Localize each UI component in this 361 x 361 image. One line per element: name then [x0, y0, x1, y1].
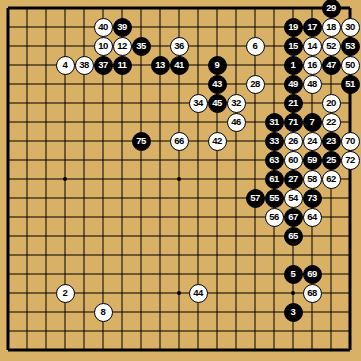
stone-white-2[interactable]: 2	[56, 284, 75, 303]
stone-black-61[interactable]: 61	[265, 170, 284, 189]
stone-black-43[interactable]: 43	[208, 75, 227, 94]
stone-white-58[interactable]: 58	[303, 170, 322, 189]
stone-white-34[interactable]: 34	[189, 94, 208, 113]
stone-black-27[interactable]: 27	[284, 170, 303, 189]
stone-white-68[interactable]: 68	[303, 284, 322, 303]
stone-black-5[interactable]: 5	[284, 265, 303, 284]
stone-white-50[interactable]: 50	[341, 56, 360, 75]
stone-black-47[interactable]: 47	[322, 56, 341, 75]
stone-white-42[interactable]: 42	[208, 132, 227, 151]
stone-black-49[interactable]: 49	[284, 75, 303, 94]
stone-black-3[interactable]: 3	[284, 303, 303, 322]
stone-white-6[interactable]: 6	[246, 37, 265, 56]
stone-black-37[interactable]: 37	[94, 56, 113, 75]
stone-white-40[interactable]: 40	[94, 18, 113, 37]
stone-white-16[interactable]: 16	[303, 56, 322, 75]
stone-black-59[interactable]: 59	[303, 151, 322, 170]
stone-black-67[interactable]: 67	[284, 208, 303, 227]
stone-white-30[interactable]: 30	[341, 18, 360, 37]
stone-black-11[interactable]: 11	[113, 56, 132, 75]
stone-white-46[interactable]: 46	[227, 113, 246, 132]
stone-white-28[interactable]: 28	[246, 75, 265, 94]
stone-white-62[interactable]: 62	[322, 170, 341, 189]
stone-white-32[interactable]: 32	[227, 94, 246, 113]
stone-black-57[interactable]: 57	[246, 189, 265, 208]
stone-white-48[interactable]: 48	[303, 75, 322, 94]
stone-black-17[interactable]: 17	[303, 18, 322, 37]
stone-black-51[interactable]: 51	[341, 75, 360, 94]
stone-black-41[interactable]: 41	[170, 56, 189, 75]
stone-white-12[interactable]: 12	[113, 37, 132, 56]
go-kifu-diagram: 1234567891011121314151617181920212223242…	[0, 0, 361, 361]
stone-white-36[interactable]: 36	[170, 37, 189, 56]
stone-white-18[interactable]: 18	[322, 18, 341, 37]
stone-black-33[interactable]: 33	[265, 132, 284, 151]
stone-black-19[interactable]: 19	[284, 18, 303, 37]
stone-white-52[interactable]: 52	[322, 37, 341, 56]
stone-black-39[interactable]: 39	[113, 18, 132, 37]
stone-white-72[interactable]: 72	[341, 151, 360, 170]
stone-white-38[interactable]: 38	[75, 56, 94, 75]
stone-white-66[interactable]: 66	[170, 132, 189, 151]
stone-black-1[interactable]: 1	[284, 56, 303, 75]
stone-black-9[interactable]: 9	[208, 56, 227, 75]
stone-black-75[interactable]: 75	[132, 132, 151, 151]
stone-black-35[interactable]: 35	[132, 37, 151, 56]
stone-white-26[interactable]: 26	[284, 132, 303, 151]
stone-white-20[interactable]: 20	[322, 94, 341, 113]
stone-white-8[interactable]: 8	[94, 303, 113, 322]
stone-white-54[interactable]: 54	[284, 189, 303, 208]
stone-white-64[interactable]: 64	[303, 208, 322, 227]
stone-black-63[interactable]: 63	[265, 151, 284, 170]
stone-white-22[interactable]: 22	[322, 113, 341, 132]
stone-black-31[interactable]: 31	[265, 113, 284, 132]
stone-white-10[interactable]: 10	[94, 37, 113, 56]
stone-black-23[interactable]: 23	[322, 132, 341, 151]
stone-white-24[interactable]: 24	[303, 132, 322, 151]
stone-black-15[interactable]: 15	[284, 37, 303, 56]
stone-black-53[interactable]: 53	[341, 37, 360, 56]
stone-black-65[interactable]: 65	[284, 227, 303, 246]
stone-white-70[interactable]: 70	[341, 132, 360, 151]
stone-white-44[interactable]: 44	[189, 284, 208, 303]
stone-black-73[interactable]: 73	[303, 189, 322, 208]
stone-black-13[interactable]: 13	[151, 56, 170, 75]
stone-black-45[interactable]: 45	[208, 94, 227, 113]
stone-white-14[interactable]: 14	[303, 37, 322, 56]
stone-black-69[interactable]: 69	[303, 265, 322, 284]
stone-black-21[interactable]: 21	[284, 94, 303, 113]
stone-black-71[interactable]: 71	[284, 113, 303, 132]
stone-white-60[interactable]: 60	[284, 151, 303, 170]
stone-black-29[interactable]: 29	[322, 0, 341, 18]
stone-black-25[interactable]: 25	[322, 151, 341, 170]
stone-white-4[interactable]: 4	[56, 56, 75, 75]
go-board[interactable]: 1234567891011121314151617181920212223242…	[0, 0, 360, 360]
stone-black-55[interactable]: 55	[265, 189, 284, 208]
stone-black-7[interactable]: 7	[303, 113, 322, 132]
stone-white-56[interactable]: 56	[265, 208, 284, 227]
